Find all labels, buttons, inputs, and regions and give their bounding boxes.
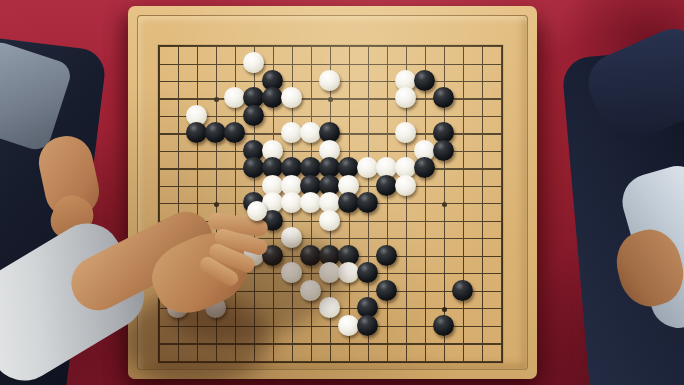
black-stone (205, 122, 226, 143)
black-stone (262, 87, 283, 108)
black-stone (433, 315, 454, 336)
white-stone (395, 122, 416, 143)
held-white-stone (247, 201, 267, 221)
black-stone (376, 280, 397, 301)
white-stone (300, 192, 321, 213)
star-point (328, 97, 333, 102)
black-stone (433, 140, 454, 161)
black-stone (357, 262, 378, 283)
star-point (214, 97, 219, 102)
white-stone (319, 210, 340, 231)
white-stone (395, 175, 416, 196)
go-game-photo (0, 0, 684, 385)
black-stone (414, 70, 435, 91)
black-stone (376, 175, 397, 196)
black-stone (357, 315, 378, 336)
black-stone (414, 157, 435, 178)
star-point (214, 202, 219, 207)
white-stone (224, 87, 245, 108)
black-stone (357, 192, 378, 213)
black-stone (243, 157, 264, 178)
white-stone (281, 122, 302, 143)
white-stone (338, 315, 359, 336)
white-stone (243, 52, 264, 73)
black-stone (224, 122, 245, 143)
white-stone (357, 157, 378, 178)
white-stone (281, 87, 302, 108)
white-stone (300, 122, 321, 143)
star-point (442, 307, 447, 312)
black-stone (186, 122, 207, 143)
white-stone (395, 87, 416, 108)
white-stone (319, 70, 340, 91)
black-stone (243, 105, 264, 126)
black-stone (433, 87, 454, 108)
black-stone (376, 245, 397, 266)
star-point (442, 202, 447, 207)
white-stone (281, 192, 302, 213)
black-stone (338, 192, 359, 213)
black-stone (452, 280, 473, 301)
